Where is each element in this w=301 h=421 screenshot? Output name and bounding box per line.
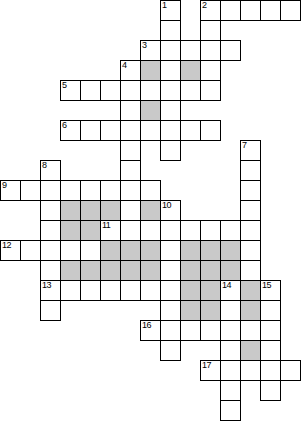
letter-cell[interactable]: [240, 160, 261, 181]
letter-cell[interactable]: [120, 280, 141, 301]
clue-number: 17: [202, 361, 211, 370]
letter-cell[interactable]: [60, 280, 81, 301]
letter-cell[interactable]: [220, 360, 241, 381]
clue-number: 7: [242, 141, 247, 150]
letter-cell[interactable]: [260, 300, 281, 321]
letter-cell[interactable]: [280, 360, 301, 381]
letter-cell[interactable]: [120, 160, 141, 181]
letter-cell[interactable]: [80, 240, 101, 261]
letter-cell[interactable]: [100, 80, 121, 101]
letter-cell[interactable]: [240, 260, 261, 281]
clue-number: 15: [262, 281, 271, 290]
letter-cell[interactable]: [180, 320, 201, 341]
shaded-cell: [80, 220, 101, 241]
clue-number: 5: [62, 81, 67, 90]
letter-cell[interactable]: 9: [0, 180, 21, 201]
letter-cell[interactable]: [120, 180, 141, 201]
letter-cell[interactable]: 16: [140, 320, 161, 341]
letter-cell[interactable]: 5: [60, 80, 81, 101]
shaded-cell: [60, 200, 81, 221]
letter-cell[interactable]: [200, 40, 221, 61]
letter-cell[interactable]: 2: [200, 0, 221, 21]
shaded-cell: [60, 260, 81, 281]
letter-cell[interactable]: [200, 320, 221, 341]
letter-cell[interactable]: [220, 320, 241, 341]
letter-cell[interactable]: 1: [160, 0, 181, 21]
shaded-cell: [240, 300, 261, 321]
shaded-cell: [220, 260, 241, 281]
clue-number: 1: [162, 1, 167, 10]
letter-cell[interactable]: 11: [100, 220, 121, 241]
shaded-cell: [140, 260, 161, 281]
clue-number: 9: [2, 181, 7, 190]
clue-number: 11: [102, 221, 110, 230]
shaded-cell: [100, 200, 121, 221]
letter-cell[interactable]: [220, 380, 241, 401]
letter-cell[interactable]: 7: [240, 140, 261, 161]
letter-cell[interactable]: [160, 40, 181, 61]
letter-cell[interactable]: [160, 260, 181, 281]
letter-cell[interactable]: [240, 320, 261, 341]
letter-cell[interactable]: [60, 180, 81, 201]
letter-cell[interactable]: [100, 180, 121, 201]
letter-cell[interactable]: [140, 120, 161, 141]
letter-cell[interactable]: [220, 400, 241, 421]
shaded-cell: [100, 260, 121, 281]
shaded-cell: [140, 100, 161, 121]
letter-cell[interactable]: [180, 220, 201, 241]
shaded-cell: [200, 300, 221, 321]
letter-cell[interactable]: [160, 280, 181, 301]
shaded-cell: [220, 240, 241, 261]
shaded-cell: [180, 280, 201, 301]
letter-cell[interactable]: 3: [140, 40, 161, 61]
shaded-cell: [180, 60, 201, 81]
letter-cell[interactable]: 10: [160, 200, 181, 221]
shaded-cell: [120, 260, 141, 281]
letter-cell[interactable]: [80, 180, 101, 201]
letter-cell[interactable]: [160, 140, 181, 161]
letter-cell[interactable]: [140, 280, 161, 301]
letter-cell[interactable]: [240, 180, 261, 201]
shaded-cell: [240, 340, 261, 361]
letter-cell[interactable]: 15: [260, 280, 281, 301]
letter-cell[interactable]: [260, 380, 281, 401]
shaded-cell: [200, 260, 221, 281]
clue-number: 3: [142, 41, 147, 50]
shaded-cell: [180, 300, 201, 321]
clue-number: 4: [122, 61, 127, 70]
letter-cell[interactable]: [220, 300, 241, 321]
letter-cell[interactable]: [180, 80, 201, 101]
letter-cell[interactable]: [40, 300, 61, 321]
letter-cell[interactable]: 8: [40, 160, 61, 181]
letter-cell[interactable]: [160, 60, 181, 81]
shaded-cell: [140, 60, 161, 81]
shaded-cell: [200, 240, 221, 261]
letter-cell[interactable]: [120, 140, 141, 161]
letter-cell[interactable]: [180, 120, 201, 141]
clue-number: 6: [62, 121, 67, 130]
clue-number: 16: [142, 321, 151, 330]
letter-cell[interactable]: [200, 20, 221, 41]
shaded-cell: [200, 280, 221, 301]
letter-cell[interactable]: 4: [120, 60, 141, 81]
letter-cell[interactable]: [240, 240, 261, 261]
letter-cell[interactable]: [220, 0, 241, 21]
letter-cell[interactable]: [240, 200, 261, 221]
letter-cell[interactable]: [160, 320, 181, 341]
letter-cell[interactable]: [160, 340, 181, 361]
letter-cell[interactable]: [160, 80, 181, 101]
letter-cell[interactable]: [40, 180, 61, 201]
letter-cell[interactable]: [160, 20, 181, 41]
letter-cell[interactable]: [260, 320, 281, 341]
letter-cell[interactable]: [100, 120, 121, 141]
letter-cell[interactable]: [260, 360, 281, 381]
shaded-cell: [80, 200, 101, 221]
letter-cell[interactable]: [240, 0, 261, 21]
letter-cell[interactable]: [160, 300, 181, 321]
letter-cell[interactable]: [260, 340, 281, 361]
letter-cell[interactable]: [160, 240, 181, 261]
clue-number: 10: [162, 201, 171, 210]
letter-cell[interactable]: [140, 80, 161, 101]
letter-cell[interactable]: [240, 360, 261, 381]
letter-cell[interactable]: [200, 60, 221, 81]
letter-cell[interactable]: [40, 260, 61, 281]
shaded-cell: [120, 240, 141, 261]
letter-cell[interactable]: [40, 200, 61, 221]
shaded-cell: [80, 260, 101, 281]
letter-cell[interactable]: [120, 220, 141, 241]
letter-cell[interactable]: 6: [60, 120, 81, 141]
letter-cell[interactable]: [200, 220, 221, 241]
letter-cell[interactable]: [160, 100, 181, 121]
letter-cell[interactable]: [40, 240, 61, 261]
clue-number: 2: [202, 1, 207, 10]
shaded-cell: [180, 240, 201, 261]
letter-cell[interactable]: 14: [220, 280, 241, 301]
shaded-cell: [140, 200, 161, 221]
letter-cell[interactable]: [120, 100, 141, 121]
letter-cell[interactable]: [140, 180, 161, 201]
letter-cell[interactable]: 17: [200, 360, 221, 381]
letter-cell[interactable]: [200, 120, 221, 141]
clue-number: 14: [222, 281, 231, 290]
letter-cell[interactable]: [80, 120, 101, 141]
letter-cell[interactable]: [120, 80, 141, 101]
letter-cell[interactable]: [20, 240, 41, 261]
shaded-cell: [240, 280, 261, 301]
letter-cell[interactable]: [200, 80, 221, 101]
clue-number: 8: [42, 161, 47, 170]
letter-cell[interactable]: [240, 220, 261, 241]
letter-cell[interactable]: [160, 220, 181, 241]
letter-cell[interactable]: [100, 280, 121, 301]
shaded-cell: [140, 240, 161, 261]
letter-cell[interactable]: [220, 220, 241, 241]
shaded-cell: [100, 240, 121, 261]
letter-cell[interactable]: 13: [40, 280, 61, 301]
letter-cell[interactable]: [120, 120, 141, 141]
shaded-cell: [60, 220, 81, 241]
letter-cell[interactable]: [180, 40, 201, 61]
clue-number: 12: [2, 241, 11, 250]
crossword-board: 1234567891011121314151617: [0, 0, 301, 421]
letter-cell[interactable]: [280, 0, 301, 21]
letter-cell[interactable]: [80, 80, 101, 101]
letter-cell[interactable]: [220, 340, 241, 361]
shaded-cell: [180, 260, 201, 281]
letter-cell[interactable]: [160, 120, 181, 141]
clue-number: 13: [42, 281, 51, 290]
letter-cell[interactable]: [120, 200, 141, 221]
letter-cell[interactable]: [80, 280, 101, 301]
letter-cell[interactable]: 12: [0, 240, 21, 261]
letter-cell[interactable]: [140, 220, 161, 241]
letter-cell[interactable]: [220, 40, 241, 61]
letter-cell[interactable]: [20, 180, 41, 201]
letter-cell[interactable]: [40, 220, 61, 241]
letter-cell[interactable]: [60, 240, 81, 261]
letter-cell[interactable]: [260, 0, 281, 21]
